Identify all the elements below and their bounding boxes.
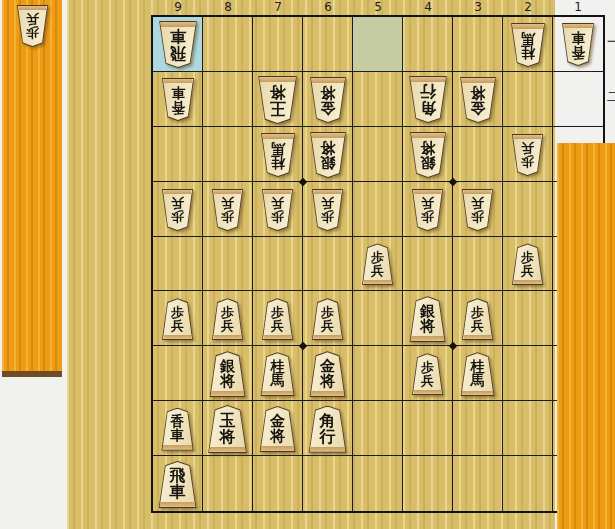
koma-kanji: 金 [320, 359, 335, 374]
square-3-8[interactable] [453, 401, 503, 456]
square-2-2[interactable] [503, 72, 553, 127]
square-8-3[interactable] [203, 127, 253, 182]
square-1-1[interactable]: 香車 [553, 17, 603, 72]
square-6-8[interactable]: 角行 [303, 401, 353, 456]
koma-shape: 金将 [309, 77, 347, 123]
koma-face: 香車 [562, 24, 594, 65]
koma-shape: 香車 [161, 78, 195, 121]
file-label: 7 [253, 0, 303, 14]
koma-face: 桂馬 [261, 134, 295, 176]
piece-sente-pawn[interactable]: 歩兵 [511, 243, 544, 285]
rank-label: 一 [605, 15, 615, 70]
koma-shape: 歩兵 [411, 189, 444, 231]
square-8-2[interactable] [203, 72, 253, 127]
koma-kanji: 将 [320, 85, 335, 100]
koma-shape: 王将 [257, 76, 298, 124]
koma-kanji: 将 [270, 84, 286, 100]
koma-kanji: 兵 [471, 319, 484, 332]
koma-kanji: 香 [171, 100, 185, 114]
koma-kanji: 桂 [271, 360, 285, 374]
koma-kanji: 歩 [221, 210, 234, 223]
square-6-7[interactable]: 金将 [303, 346, 353, 401]
square-5-3[interactable] [353, 127, 403, 182]
square-5-2[interactable] [353, 72, 403, 127]
piece-gote-pawn[interactable]: 歩兵 [311, 189, 344, 231]
shogi-app: 歩兵 987654321 一二三四五六七八九 飛車桂馬香車香車王将金将角行金将桂… [0, 0, 615, 529]
square-8-4[interactable]: 歩兵 [203, 182, 253, 237]
koma-kanji: 歩 [471, 306, 484, 319]
koma-face: 歩兵 [162, 190, 193, 230]
piece-sente-pawn[interactable]: 歩兵 [261, 298, 294, 340]
koma-shape: 香車 [561, 23, 595, 66]
koma-face: 歩兵 [17, 6, 48, 46]
koma-shape: 歩兵 [511, 243, 544, 285]
koma-kanji: 銀 [320, 155, 335, 170]
koma-kanji: 兵 [471, 196, 484, 209]
square-6-2[interactable]: 金将 [303, 72, 353, 127]
koma-face: 歩兵 [412, 190, 443, 230]
square-6-5[interactable] [303, 237, 353, 292]
koma-shape: 香車 [161, 408, 195, 451]
piece-gote-pawn[interactable]: 歩兵 [211, 189, 244, 231]
koma-kanji: 兵 [221, 196, 234, 209]
piece-sente-silver[interactable]: 銀将 [209, 351, 247, 397]
square-7-7[interactable]: 桂馬 [253, 346, 303, 401]
koma-kanji: 馬 [271, 374, 285, 388]
piece-sente-pawn[interactable]: 歩兵 [361, 243, 394, 285]
koma-face: 金将 [460, 78, 496, 122]
koma-face: 歩兵 [512, 135, 543, 175]
koma-shape: 歩兵 [161, 189, 194, 231]
square-4-9[interactable] [403, 456, 453, 511]
file-labels: 987654321 [153, 0, 603, 14]
square-8-6[interactable]: 歩兵 [203, 291, 253, 346]
piece-sente-bishop[interactable]: 角行 [308, 406, 348, 453]
koma-kanji: 桂 [471, 360, 485, 374]
shogi-board: 987654321 一二三四五六七八九 飛車桂馬香車香車王将金将角行金将桂馬銀将… [67, 0, 555, 529]
koma-kanji: 歩 [521, 155, 534, 168]
koma-face: 香車 [162, 79, 194, 120]
square-4-8[interactable] [403, 401, 453, 456]
square-9-2[interactable]: 香車 [153, 72, 203, 127]
piece-gote-pawn[interactable]: 歩兵 [411, 189, 444, 231]
koma-kanji: 将 [320, 374, 335, 389]
koma-face: 歩兵 [162, 299, 193, 339]
piece-sente-pawn[interactable]: 歩兵 [411, 353, 444, 395]
square-5-6[interactable] [353, 291, 403, 346]
koma-kanji: 馬 [271, 140, 285, 154]
square-9-3[interactable] [153, 127, 203, 182]
square-4-3[interactable]: 銀将 [403, 127, 453, 182]
file-label: 5 [353, 0, 403, 14]
square-2-5[interactable]: 歩兵 [503, 237, 553, 292]
koma-kanji: 玉 [220, 413, 236, 429]
koma-shape: 歩兵 [361, 243, 394, 285]
square-5-7[interactable] [353, 346, 403, 401]
piece-gote-lance[interactable]: 香車 [561, 23, 595, 66]
koma-kanji: 車 [571, 31, 585, 45]
koma-kanji: 歩 [521, 251, 534, 264]
koma-kanji: 角 [420, 100, 436, 116]
koma-kanji: 歩 [471, 210, 484, 223]
square-3-7[interactable]: 桂馬 [453, 346, 503, 401]
piece-sente-pawn[interactable]: 歩兵 [461, 298, 494, 340]
piece-gote-silver[interactable]: 銀将 [409, 132, 447, 178]
square-3-9[interactable] [453, 456, 503, 511]
square-3-5[interactable] [453, 237, 503, 292]
square-2-3[interactable]: 歩兵 [503, 127, 553, 182]
koma-kanji: 王 [270, 100, 286, 116]
koma-kanji: 金 [470, 100, 485, 115]
koma-face: 飛車 [159, 462, 197, 507]
file-label: 8 [203, 0, 253, 14]
file-label: 2 [503, 0, 553, 14]
sente-komadai-pieces [557, 143, 615, 148]
square-9-9[interactable]: 飛車 [153, 456, 203, 511]
piece-sente-pawn[interactable]: 歩兵 [161, 298, 194, 340]
koma-kanji: 歩 [171, 306, 184, 319]
koma-kanji: 歩 [421, 361, 434, 374]
koma-shape: 歩兵 [461, 189, 494, 231]
koma-face: 歩兵 [312, 299, 343, 339]
piece-sente-gold[interactable]: 金将 [259, 406, 297, 452]
piece-sente-pawn[interactable]: 歩兵 [211, 298, 244, 340]
piece-gote-rook[interactable]: 飛車 [158, 21, 198, 68]
koma-face: 玉将 [208, 406, 247, 452]
koma-kanji: 桂 [521, 45, 535, 59]
square-7-2[interactable]: 王将 [253, 72, 303, 127]
koma-kanji: 歩 [421, 210, 434, 223]
koma-shape: 歩兵 [211, 189, 244, 231]
square-4-5[interactable] [403, 237, 453, 292]
koma-shape: 銀将 [409, 132, 447, 178]
koma-kanji: 将 [320, 139, 335, 154]
piece-sente-king[interactable]: 玉将 [207, 405, 248, 453]
square-7-6[interactable]: 歩兵 [253, 291, 303, 346]
koma-kanji: 兵 [371, 264, 384, 277]
koma-kanji: 桂 [271, 155, 285, 169]
square-3-4[interactable]: 歩兵 [453, 182, 503, 237]
koma-kanji: 飛 [170, 45, 186, 61]
square-5-4[interactable] [353, 182, 403, 237]
koma-shape: 歩兵 [211, 298, 244, 340]
sente-komadai [557, 143, 615, 529]
square-3-6[interactable]: 歩兵 [453, 291, 503, 346]
koma-kanji: 兵 [271, 196, 284, 209]
piece-gote-knight[interactable]: 桂馬 [510, 23, 546, 67]
koma-face: 王将 [258, 77, 297, 123]
koma-shape: 歩兵 [411, 353, 444, 395]
koma-kanji: 兵 [321, 319, 334, 332]
piece-gote-lance[interactable]: 香車 [161, 78, 195, 121]
koma-kanji: 車 [170, 29, 186, 45]
koma-shape: 銀将 [309, 132, 347, 178]
koma-face: 歩兵 [412, 354, 443, 394]
koma-face: 歩兵 [462, 190, 493, 230]
koma-shape: 桂馬 [510, 23, 546, 67]
square-2-7[interactable] [503, 346, 553, 401]
square-9-5[interactable] [153, 237, 203, 292]
koma-shape: 歩兵 [511, 134, 544, 176]
koma-kanji: 馬 [521, 31, 535, 45]
square-6-9[interactable] [303, 456, 353, 511]
koma-kanji: 将 [420, 139, 435, 154]
square-8-7[interactable]: 銀将 [203, 346, 253, 401]
koma-kanji: 行 [320, 429, 336, 445]
koma-kanji: 歩 [171, 210, 184, 223]
square-5-5[interactable]: 歩兵 [353, 237, 403, 292]
square-8-1[interactable] [203, 17, 253, 72]
koma-face: 角行 [409, 77, 447, 122]
koma-shape: 金将 [459, 77, 497, 123]
square-7-1[interactable] [253, 17, 303, 72]
koma-kanji: 将 [420, 319, 435, 334]
square-6-1[interactable] [303, 17, 353, 72]
koma-kanji: 兵 [421, 196, 434, 209]
koma-kanji: 角 [320, 413, 336, 429]
koma-shape: 歩兵 [461, 298, 494, 340]
piece-gote-gold[interactable]: 金将 [459, 77, 497, 123]
rank-label: 二 [605, 70, 615, 125]
gote-komadai-pieces: 歩兵 [2, 0, 62, 47]
square-7-5[interactable] [253, 237, 303, 292]
koma-shape: 歩兵 [16, 5, 49, 47]
piece-sente-gold[interactable]: 金将 [309, 351, 347, 397]
square-9-1[interactable]: 飛車 [153, 17, 203, 72]
square-3-2[interactable]: 金将 [453, 72, 503, 127]
koma-shape: 金将 [309, 351, 347, 397]
koma-kanji: 銀 [420, 155, 435, 170]
piece-gote-pawn[interactable]: 歩兵 [461, 189, 494, 231]
hand-piece-gote-pawn[interactable]: 歩兵 [16, 5, 49, 47]
koma-face: 金将 [310, 78, 346, 122]
square-6-4[interactable]: 歩兵 [303, 182, 353, 237]
koma-shape: 金将 [259, 406, 297, 452]
square-9-7[interactable] [153, 346, 203, 401]
square-4-6[interactable]: 銀将 [403, 291, 453, 346]
square-6-3[interactable]: 銀将 [303, 127, 353, 182]
koma-face: 桂馬 [511, 24, 545, 66]
koma-kanji: 将 [470, 85, 485, 100]
piece-gote-pawn[interactable]: 歩兵 [261, 189, 294, 231]
koma-kanji: 金 [270, 414, 285, 429]
koma-face: 銀将 [310, 133, 346, 177]
koma-kanji: 歩 [321, 210, 334, 223]
koma-face: 香車 [162, 409, 194, 450]
piece-gote-knight[interactable]: 桂馬 [260, 133, 296, 177]
file-label: 6 [303, 0, 353, 14]
koma-face: 金将 [260, 407, 296, 451]
square-2-6[interactable] [503, 291, 553, 346]
file-label: 9 [153, 0, 203, 14]
koma-shape: 歩兵 [311, 298, 344, 340]
square-2-4[interactable] [503, 182, 553, 237]
koma-kanji: 将 [270, 429, 285, 444]
koma-shape: 角行 [408, 76, 448, 123]
square-3-1[interactable] [453, 17, 503, 72]
koma-shape: 歩兵 [261, 189, 294, 231]
koma-face: 桂馬 [461, 353, 495, 395]
koma-kanji: 銀 [220, 359, 235, 374]
file-label: 4 [403, 0, 453, 14]
koma-face: 飛車 [159, 22, 197, 67]
koma-face: 銀将 [410, 133, 446, 177]
square-2-8[interactable] [503, 401, 553, 456]
piece-gote-pawn[interactable]: 歩兵 [161, 189, 194, 231]
koma-kanji: 兵 [271, 319, 284, 332]
koma-kanji: 香 [171, 415, 185, 429]
square-9-4[interactable]: 歩兵 [153, 182, 203, 237]
piece-gote-bishop[interactable]: 角行 [408, 76, 448, 123]
koma-kanji: 兵 [521, 141, 534, 154]
square-5-1[interactable] [353, 17, 403, 72]
koma-kanji: 銀 [420, 304, 435, 319]
koma-face: 金将 [310, 352, 346, 396]
square-7-3[interactable]: 桂馬 [253, 127, 303, 182]
piece-gote-gold[interactable]: 金将 [309, 77, 347, 123]
square-5-9[interactable] [353, 456, 403, 511]
koma-face: 歩兵 [262, 190, 293, 230]
square-8-5[interactable] [203, 237, 253, 292]
koma-shape: 銀将 [209, 351, 247, 397]
koma-face: 歩兵 [512, 244, 543, 284]
koma-kanji: 歩 [371, 251, 384, 264]
koma-kanji: 金 [320, 100, 335, 115]
koma-shape: 飛車 [158, 21, 198, 68]
koma-kanji: 歩 [221, 306, 234, 319]
koma-face: 歩兵 [312, 190, 343, 230]
koma-shape: 歩兵 [311, 189, 344, 231]
koma-kanji: 兵 [171, 319, 184, 332]
square-9-8[interactable]: 香車 [153, 401, 203, 456]
square-4-7[interactable]: 歩兵 [403, 346, 453, 401]
koma-shape: 歩兵 [161, 298, 194, 340]
koma-kanji: 馬 [471, 374, 485, 388]
koma-kanji: 兵 [321, 196, 334, 209]
koma-face: 銀将 [210, 352, 246, 396]
piece-sente-knight[interactable]: 桂馬 [260, 352, 296, 396]
koma-kanji: 歩 [321, 306, 334, 319]
piece-sente-knight[interactable]: 桂馬 [460, 352, 496, 396]
koma-kanji: 車 [171, 429, 185, 443]
koma-kanji: 兵 [521, 264, 534, 277]
koma-kanji: 兵 [26, 13, 39, 26]
square-7-4[interactable]: 歩兵 [253, 182, 303, 237]
piece-gote-king[interactable]: 王将 [257, 76, 298, 124]
koma-face: 桂馬 [261, 353, 295, 395]
piece-sente-silver[interactable]: 銀将 [409, 296, 447, 342]
piece-sente-lance[interactable]: 香車 [161, 408, 195, 451]
koma-kanji: 歩 [271, 210, 284, 223]
koma-kanji: 歩 [26, 26, 39, 39]
koma-kanji: 香 [571, 45, 585, 59]
piece-sente-rook[interactable]: 飛車 [158, 461, 198, 508]
square-9-6[interactable]: 歩兵 [153, 291, 203, 346]
koma-shape: 桂馬 [460, 352, 496, 396]
koma-kanji: 兵 [421, 374, 434, 387]
file-label: 3 [453, 0, 503, 14]
square-7-9[interactable] [253, 456, 303, 511]
gote-komadai: 歩兵 [2, 0, 62, 377]
square-4-2[interactable]: 角行 [403, 72, 453, 127]
koma-shape: 桂馬 [260, 352, 296, 396]
square-4-4[interactable]: 歩兵 [403, 182, 453, 237]
square-7-8[interactable]: 金将 [253, 401, 303, 456]
koma-face: 歩兵 [262, 299, 293, 339]
koma-kanji: 将 [220, 374, 235, 389]
koma-kanji: 飛 [170, 468, 186, 484]
square-6-6[interactable]: 歩兵 [303, 291, 353, 346]
koma-shape: 角行 [308, 406, 348, 453]
koma-kanji: 車 [170, 484, 186, 500]
square-5-8[interactable] [353, 401, 403, 456]
file-label: 1 [553, 0, 603, 14]
koma-shape: 飛車 [158, 461, 198, 508]
koma-face: 歩兵 [462, 299, 493, 339]
square-1-2[interactable] [553, 72, 603, 127]
square-2-9[interactable] [503, 456, 553, 511]
koma-kanji: 行 [420, 84, 436, 100]
koma-shape: 銀将 [409, 296, 447, 342]
koma-shape: 玉将 [207, 405, 248, 453]
square-8-9[interactable] [203, 456, 253, 511]
piece-sente-pawn[interactable]: 歩兵 [311, 298, 344, 340]
koma-kanji: 兵 [171, 196, 184, 209]
square-8-8[interactable]: 玉将 [203, 401, 253, 456]
square-4-1[interactable] [403, 17, 453, 72]
koma-kanji: 車 [171, 86, 185, 100]
square-3-3[interactable] [453, 127, 503, 182]
koma-shape: 歩兵 [261, 298, 294, 340]
piece-gote-silver[interactable]: 銀将 [309, 132, 347, 178]
square-2-1[interactable]: 桂馬 [503, 17, 553, 72]
koma-kanji: 将 [220, 429, 236, 445]
board-grid: 飛車桂馬香車香車王将金将角行金将桂馬銀将銀将歩兵歩兵歩兵歩兵歩兵歩兵歩兵歩兵歩兵… [151, 15, 605, 513]
koma-face: 歩兵 [212, 190, 243, 230]
koma-kanji: 兵 [221, 319, 234, 332]
koma-face: 歩兵 [212, 299, 243, 339]
koma-kanji: 歩 [271, 306, 284, 319]
koma-shape: 桂馬 [260, 133, 296, 177]
piece-gote-pawn[interactable]: 歩兵 [511, 134, 544, 176]
koma-face: 角行 [309, 407, 347, 452]
koma-face: 銀将 [410, 297, 446, 341]
koma-face: 歩兵 [362, 244, 393, 284]
